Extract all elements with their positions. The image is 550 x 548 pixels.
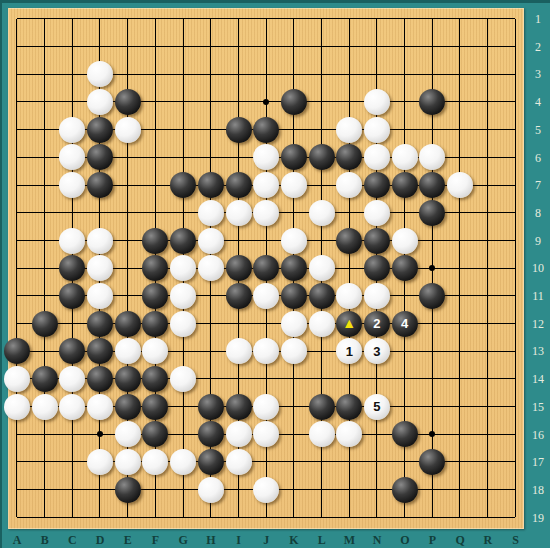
intersection-B3[interactable] xyxy=(31,60,59,88)
intersection-I5[interactable] xyxy=(225,116,253,144)
intersection-N18[interactable] xyxy=(363,476,391,504)
intersection-G9[interactable] xyxy=(169,227,197,255)
intersection-C4[interactable] xyxy=(58,88,86,116)
intersection-D7[interactable] xyxy=(86,171,114,199)
intersection-N13[interactable]: 3 xyxy=(363,337,391,365)
intersection-M11[interactable] xyxy=(335,282,363,310)
intersection-P1[interactable] xyxy=(418,5,446,33)
intersection-M5[interactable] xyxy=(335,116,363,144)
intersection-C3[interactable] xyxy=(58,60,86,88)
intersection-L1[interactable] xyxy=(308,5,336,33)
intersection-C12[interactable] xyxy=(58,310,86,338)
intersection-R9[interactable] xyxy=(474,227,502,255)
intersection-M10[interactable] xyxy=(335,254,363,282)
intersection-Q19[interactable] xyxy=(446,503,474,531)
intersection-K1[interactable] xyxy=(280,5,308,33)
intersection-R3[interactable] xyxy=(474,60,502,88)
intersection-A9[interactable] xyxy=(3,227,31,255)
intersection-O5[interactable] xyxy=(391,116,419,144)
intersection-B18[interactable] xyxy=(31,476,59,504)
intersection-C15[interactable] xyxy=(58,393,86,421)
intersection-A5[interactable] xyxy=(3,116,31,144)
intersection-F7[interactable] xyxy=(141,171,169,199)
intersection-I7[interactable] xyxy=(225,171,253,199)
intersection-H7[interactable] xyxy=(197,171,225,199)
intersection-F19[interactable] xyxy=(141,503,169,531)
intersection-S16[interactable] xyxy=(501,420,529,448)
intersection-D10[interactable] xyxy=(86,254,114,282)
intersection-I10[interactable] xyxy=(225,254,253,282)
intersection-R17[interactable] xyxy=(474,448,502,476)
intersection-M14[interactable] xyxy=(335,365,363,393)
intersection-D15[interactable] xyxy=(86,393,114,421)
intersection-A16[interactable] xyxy=(3,420,31,448)
intersection-F4[interactable] xyxy=(141,88,169,116)
intersection-L16[interactable] xyxy=(308,420,336,448)
intersection-D8[interactable] xyxy=(86,199,114,227)
intersection-S19[interactable] xyxy=(501,503,529,531)
intersection-L9[interactable] xyxy=(308,227,336,255)
intersection-M19[interactable] xyxy=(335,503,363,531)
intersection-O11[interactable] xyxy=(391,282,419,310)
intersection-L4[interactable] xyxy=(308,88,336,116)
intersection-C9[interactable] xyxy=(58,227,86,255)
intersection-O3[interactable] xyxy=(391,60,419,88)
intersection-H5[interactable] xyxy=(197,116,225,144)
intersection-F15[interactable] xyxy=(141,393,169,421)
intersection-N8[interactable] xyxy=(363,199,391,227)
intersection-Q4[interactable] xyxy=(446,88,474,116)
intersection-Q15[interactable] xyxy=(446,393,474,421)
intersection-R19[interactable] xyxy=(474,503,502,531)
intersection-A7[interactable] xyxy=(3,171,31,199)
intersection-J13[interactable] xyxy=(252,337,280,365)
intersection-Q17[interactable] xyxy=(446,448,474,476)
intersection-K13[interactable] xyxy=(280,337,308,365)
intersection-J10[interactable] xyxy=(252,254,280,282)
intersection-I18[interactable] xyxy=(225,476,253,504)
intersection-B13[interactable] xyxy=(31,337,59,365)
intersection-L12[interactable] xyxy=(308,310,336,338)
intersection-G1[interactable] xyxy=(169,5,197,33)
intersection-K2[interactable] xyxy=(280,33,308,61)
intersection-C16[interactable] xyxy=(58,420,86,448)
intersection-S3[interactable] xyxy=(501,60,529,88)
intersection-R7[interactable] xyxy=(474,171,502,199)
intersection-G12[interactable] xyxy=(169,310,197,338)
intersection-D18[interactable] xyxy=(86,476,114,504)
intersection-F8[interactable] xyxy=(141,199,169,227)
intersection-E6[interactable] xyxy=(114,143,142,171)
intersection-O15[interactable] xyxy=(391,393,419,421)
intersection-J19[interactable] xyxy=(252,503,280,531)
intersection-L5[interactable] xyxy=(308,116,336,144)
intersection-J5[interactable] xyxy=(252,116,280,144)
intersection-N16[interactable] xyxy=(363,420,391,448)
intersection-K6[interactable] xyxy=(280,143,308,171)
intersection-J11[interactable] xyxy=(252,282,280,310)
intersection-H15[interactable] xyxy=(197,393,225,421)
intersection-O8[interactable] xyxy=(391,199,419,227)
intersection-I17[interactable] xyxy=(225,448,253,476)
intersection-F10[interactable] xyxy=(141,254,169,282)
intersection-M1[interactable] xyxy=(335,5,363,33)
intersection-H17[interactable] xyxy=(197,448,225,476)
intersection-B15[interactable] xyxy=(31,393,59,421)
intersection-B1[interactable] xyxy=(31,5,59,33)
intersection-D11[interactable] xyxy=(86,282,114,310)
intersection-S8[interactable] xyxy=(501,199,529,227)
intersection-N4[interactable] xyxy=(363,88,391,116)
intersection-P7[interactable] xyxy=(418,171,446,199)
intersection-C14[interactable] xyxy=(58,365,86,393)
intersection-A8[interactable] xyxy=(3,199,31,227)
intersection-A12[interactable] xyxy=(3,310,31,338)
intersection-I9[interactable] xyxy=(225,227,253,255)
intersection-O13[interactable] xyxy=(391,337,419,365)
intersection-B14[interactable] xyxy=(31,365,59,393)
intersection-C13[interactable] xyxy=(58,337,86,365)
intersection-G13[interactable] xyxy=(169,337,197,365)
intersection-K7[interactable] xyxy=(280,171,308,199)
intersection-C2[interactable] xyxy=(58,33,86,61)
intersection-D13[interactable] xyxy=(86,337,114,365)
intersection-I1[interactable] xyxy=(225,5,253,33)
intersection-K10[interactable] xyxy=(280,254,308,282)
intersection-A4[interactable] xyxy=(3,88,31,116)
intersection-J18[interactable] xyxy=(252,476,280,504)
intersection-C6[interactable] xyxy=(58,143,86,171)
intersection-F3[interactable] xyxy=(141,60,169,88)
intersection-H14[interactable] xyxy=(197,365,225,393)
intersection-F17[interactable] xyxy=(141,448,169,476)
intersection-I12[interactable] xyxy=(225,310,253,338)
intersection-R14[interactable] xyxy=(474,365,502,393)
intersection-N1[interactable] xyxy=(363,5,391,33)
intersection-F13[interactable] xyxy=(141,337,169,365)
intersection-K3[interactable] xyxy=(280,60,308,88)
intersection-B10[interactable] xyxy=(31,254,59,282)
intersection-E12[interactable] xyxy=(114,310,142,338)
intersection-J1[interactable] xyxy=(252,5,280,33)
intersection-E8[interactable] xyxy=(114,199,142,227)
intersection-K11[interactable] xyxy=(280,282,308,310)
intersection-E14[interactable] xyxy=(114,365,142,393)
intersection-L6[interactable] xyxy=(308,143,336,171)
intersection-S9[interactable] xyxy=(501,227,529,255)
intersection-M8[interactable] xyxy=(335,199,363,227)
intersection-E18[interactable] xyxy=(114,476,142,504)
intersection-N3[interactable] xyxy=(363,60,391,88)
intersection-N6[interactable] xyxy=(363,143,391,171)
intersection-G11[interactable] xyxy=(169,282,197,310)
intersection-M17[interactable] xyxy=(335,448,363,476)
intersection-K14[interactable] xyxy=(280,365,308,393)
intersection-J4[interactable] xyxy=(252,88,280,116)
intersection-I16[interactable] xyxy=(225,420,253,448)
intersection-N12[interactable]: 2 xyxy=(363,310,391,338)
intersection-P4[interactable] xyxy=(418,88,446,116)
intersection-D19[interactable] xyxy=(86,503,114,531)
intersection-Q3[interactable] xyxy=(446,60,474,88)
intersection-K15[interactable] xyxy=(280,393,308,421)
intersection-L10[interactable] xyxy=(308,254,336,282)
intersection-G8[interactable] xyxy=(169,199,197,227)
intersection-G7[interactable] xyxy=(169,171,197,199)
intersection-O6[interactable] xyxy=(391,143,419,171)
intersection-A17[interactable] xyxy=(3,448,31,476)
intersection-F9[interactable] xyxy=(141,227,169,255)
intersection-D14[interactable] xyxy=(86,365,114,393)
intersection-A11[interactable] xyxy=(3,282,31,310)
intersection-L2[interactable] xyxy=(308,33,336,61)
intersection-E2[interactable] xyxy=(114,33,142,61)
intersection-H16[interactable] xyxy=(197,420,225,448)
intersection-A1[interactable] xyxy=(3,5,31,33)
intersection-P6[interactable] xyxy=(418,143,446,171)
intersection-D12[interactable] xyxy=(86,310,114,338)
intersection-K16[interactable] xyxy=(280,420,308,448)
intersection-I14[interactable] xyxy=(225,365,253,393)
intersection-N15[interactable]: 5 xyxy=(363,393,391,421)
intersection-N2[interactable] xyxy=(363,33,391,61)
intersection-S6[interactable] xyxy=(501,143,529,171)
intersection-P16[interactable] xyxy=(418,420,446,448)
intersection-G14[interactable] xyxy=(169,365,197,393)
intersection-R16[interactable] xyxy=(474,420,502,448)
intersection-B16[interactable] xyxy=(31,420,59,448)
intersection-S1[interactable] xyxy=(501,5,529,33)
intersection-E5[interactable] xyxy=(114,116,142,144)
intersection-F14[interactable] xyxy=(141,365,169,393)
intersection-B7[interactable] xyxy=(31,171,59,199)
intersection-M2[interactable] xyxy=(335,33,363,61)
intersection-J15[interactable] xyxy=(252,393,280,421)
intersection-J14[interactable] xyxy=(252,365,280,393)
intersection-O9[interactable] xyxy=(391,227,419,255)
intersection-O4[interactable] xyxy=(391,88,419,116)
intersection-M15[interactable] xyxy=(335,393,363,421)
intersection-P10[interactable] xyxy=(418,254,446,282)
intersection-R12[interactable] xyxy=(474,310,502,338)
intersection-E7[interactable] xyxy=(114,171,142,199)
intersection-B9[interactable] xyxy=(31,227,59,255)
intersection-R5[interactable] xyxy=(474,116,502,144)
intersection-Q14[interactable] xyxy=(446,365,474,393)
intersection-L19[interactable] xyxy=(308,503,336,531)
intersection-I6[interactable] xyxy=(225,143,253,171)
intersection-I13[interactable] xyxy=(225,337,253,365)
intersection-B2[interactable] xyxy=(31,33,59,61)
intersection-Q7[interactable] xyxy=(446,171,474,199)
intersection-M16[interactable] xyxy=(335,420,363,448)
intersection-F18[interactable] xyxy=(141,476,169,504)
intersection-F11[interactable] xyxy=(141,282,169,310)
intersection-B17[interactable] xyxy=(31,448,59,476)
intersection-C8[interactable] xyxy=(58,199,86,227)
intersection-O16[interactable] xyxy=(391,420,419,448)
intersection-A18[interactable] xyxy=(3,476,31,504)
intersection-S4[interactable] xyxy=(501,88,529,116)
intersection-F5[interactable] xyxy=(141,116,169,144)
intersection-A2[interactable] xyxy=(3,33,31,61)
intersection-N5[interactable] xyxy=(363,116,391,144)
intersection-B4[interactable] xyxy=(31,88,59,116)
intersection-N17[interactable] xyxy=(363,448,391,476)
intersection-R11[interactable] xyxy=(474,282,502,310)
intersection-E4[interactable] xyxy=(114,88,142,116)
intersection-E16[interactable] xyxy=(114,420,142,448)
intersection-K4[interactable] xyxy=(280,88,308,116)
intersection-M12[interactable]: ▲ xyxy=(335,310,363,338)
intersection-S10[interactable] xyxy=(501,254,529,282)
intersection-E15[interactable] xyxy=(114,393,142,421)
intersection-D17[interactable] xyxy=(86,448,114,476)
intersection-H4[interactable] xyxy=(197,88,225,116)
intersection-M6[interactable] xyxy=(335,143,363,171)
intersection-E19[interactable] xyxy=(114,503,142,531)
intersection-B19[interactable] xyxy=(31,503,59,531)
intersection-Q2[interactable] xyxy=(446,33,474,61)
intersection-D3[interactable] xyxy=(86,60,114,88)
intersection-R10[interactable] xyxy=(474,254,502,282)
intersection-L18[interactable] xyxy=(308,476,336,504)
intersection-D5[interactable] xyxy=(86,116,114,144)
intersection-S5[interactable] xyxy=(501,116,529,144)
intersection-Q8[interactable] xyxy=(446,199,474,227)
intersection-O17[interactable] xyxy=(391,448,419,476)
intersection-D1[interactable] xyxy=(86,5,114,33)
intersection-G10[interactable] xyxy=(169,254,197,282)
intersection-H9[interactable] xyxy=(197,227,225,255)
intersection-J17[interactable] xyxy=(252,448,280,476)
intersection-G18[interactable] xyxy=(169,476,197,504)
intersection-S7[interactable] xyxy=(501,171,529,199)
intersection-N11[interactable] xyxy=(363,282,391,310)
intersection-J12[interactable] xyxy=(252,310,280,338)
intersection-S2[interactable] xyxy=(501,33,529,61)
intersection-L15[interactable] xyxy=(308,393,336,421)
intersection-A14[interactable] xyxy=(3,365,31,393)
intersection-O18[interactable] xyxy=(391,476,419,504)
intersection-R1[interactable] xyxy=(474,5,502,33)
intersection-O14[interactable] xyxy=(391,365,419,393)
intersection-S17[interactable] xyxy=(501,448,529,476)
intersection-P9[interactable] xyxy=(418,227,446,255)
intersection-O2[interactable] xyxy=(391,33,419,61)
intersection-J3[interactable] xyxy=(252,60,280,88)
intersection-F1[interactable] xyxy=(141,5,169,33)
intersection-G17[interactable] xyxy=(169,448,197,476)
intersection-H2[interactable] xyxy=(197,33,225,61)
intersection-P13[interactable] xyxy=(418,337,446,365)
intersection-Q1[interactable] xyxy=(446,5,474,33)
intersection-S14[interactable] xyxy=(501,365,529,393)
intersection-E10[interactable] xyxy=(114,254,142,282)
intersection-A6[interactable] xyxy=(3,143,31,171)
intersection-P8[interactable] xyxy=(418,199,446,227)
intersection-J7[interactable] xyxy=(252,171,280,199)
intersection-G2[interactable] xyxy=(169,33,197,61)
intersection-D9[interactable] xyxy=(86,227,114,255)
intersection-D16[interactable] xyxy=(86,420,114,448)
intersection-D4[interactable] xyxy=(86,88,114,116)
intersection-H18[interactable] xyxy=(197,476,225,504)
intersection-E9[interactable] xyxy=(114,227,142,255)
intersection-Q11[interactable] xyxy=(446,282,474,310)
intersection-N9[interactable] xyxy=(363,227,391,255)
intersection-R18[interactable] xyxy=(474,476,502,504)
intersection-J9[interactable] xyxy=(252,227,280,255)
intersection-P11[interactable] xyxy=(418,282,446,310)
intersection-S11[interactable] xyxy=(501,282,529,310)
intersection-H8[interactable] xyxy=(197,199,225,227)
intersection-B12[interactable] xyxy=(31,310,59,338)
intersection-M4[interactable] xyxy=(335,88,363,116)
intersection-P3[interactable] xyxy=(418,60,446,88)
intersection-A19[interactable] xyxy=(3,503,31,531)
intersection-P15[interactable] xyxy=(418,393,446,421)
intersection-O10[interactable] xyxy=(391,254,419,282)
intersection-L8[interactable] xyxy=(308,199,336,227)
intersection-O19[interactable] xyxy=(391,503,419,531)
intersection-H19[interactable] xyxy=(197,503,225,531)
intersection-S15[interactable] xyxy=(501,393,529,421)
intersection-Q13[interactable] xyxy=(446,337,474,365)
intersection-Q10[interactable] xyxy=(446,254,474,282)
intersection-F16[interactable] xyxy=(141,420,169,448)
intersection-M3[interactable] xyxy=(335,60,363,88)
intersection-Q9[interactable] xyxy=(446,227,474,255)
intersection-K18[interactable] xyxy=(280,476,308,504)
intersection-Q5[interactable] xyxy=(446,116,474,144)
intersection-G19[interactable] xyxy=(169,503,197,531)
intersection-R2[interactable] xyxy=(474,33,502,61)
intersection-R8[interactable] xyxy=(474,199,502,227)
intersection-B6[interactable] xyxy=(31,143,59,171)
intersection-G6[interactable] xyxy=(169,143,197,171)
intersection-O1[interactable] xyxy=(391,5,419,33)
intersection-I8[interactable] xyxy=(225,199,253,227)
intersection-G4[interactable] xyxy=(169,88,197,116)
intersection-N19[interactable] xyxy=(363,503,391,531)
intersection-P18[interactable] xyxy=(418,476,446,504)
intersection-K12[interactable] xyxy=(280,310,308,338)
intersection-P5[interactable] xyxy=(418,116,446,144)
intersection-P14[interactable] xyxy=(418,365,446,393)
intersection-B8[interactable] xyxy=(31,199,59,227)
intersection-P19[interactable] xyxy=(418,503,446,531)
intersection-C11[interactable] xyxy=(58,282,86,310)
intersection-S18[interactable] xyxy=(501,476,529,504)
intersection-L3[interactable] xyxy=(308,60,336,88)
intersection-P12[interactable] xyxy=(418,310,446,338)
intersection-H3[interactable] xyxy=(197,60,225,88)
intersection-P2[interactable] xyxy=(418,33,446,61)
intersection-A15[interactable] xyxy=(3,393,31,421)
intersection-Q6[interactable] xyxy=(446,143,474,171)
intersection-Q18[interactable] xyxy=(446,476,474,504)
intersection-P17[interactable] xyxy=(418,448,446,476)
intersection-K8[interactable] xyxy=(280,199,308,227)
intersection-J2[interactable] xyxy=(252,33,280,61)
intersection-R13[interactable] xyxy=(474,337,502,365)
intersection-E13[interactable] xyxy=(114,337,142,365)
intersection-R6[interactable] xyxy=(474,143,502,171)
intersection-G5[interactable] xyxy=(169,116,197,144)
intersection-M9[interactable] xyxy=(335,227,363,255)
intersection-C7[interactable] xyxy=(58,171,86,199)
